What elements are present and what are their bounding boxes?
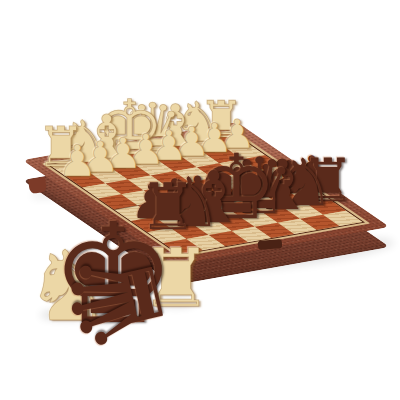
pieces-layer: ♜♞♝♛♚♝♞♜♟♟♟♟♟♟♟♟♟♟♟♟♟♟♟♟♜♞♝♛♚♝♞♜♞♚♛♜: [0, 0, 400, 400]
white-pawn: ♟: [58, 140, 97, 183]
product-photo: ♜♞♝♛♚♝♞♜♟♟♟♟♟♟♟♟♟♟♟♟♟♟♟♟♜♞♝♛♚♝♞♜♞♚♛♜: [0, 0, 400, 400]
